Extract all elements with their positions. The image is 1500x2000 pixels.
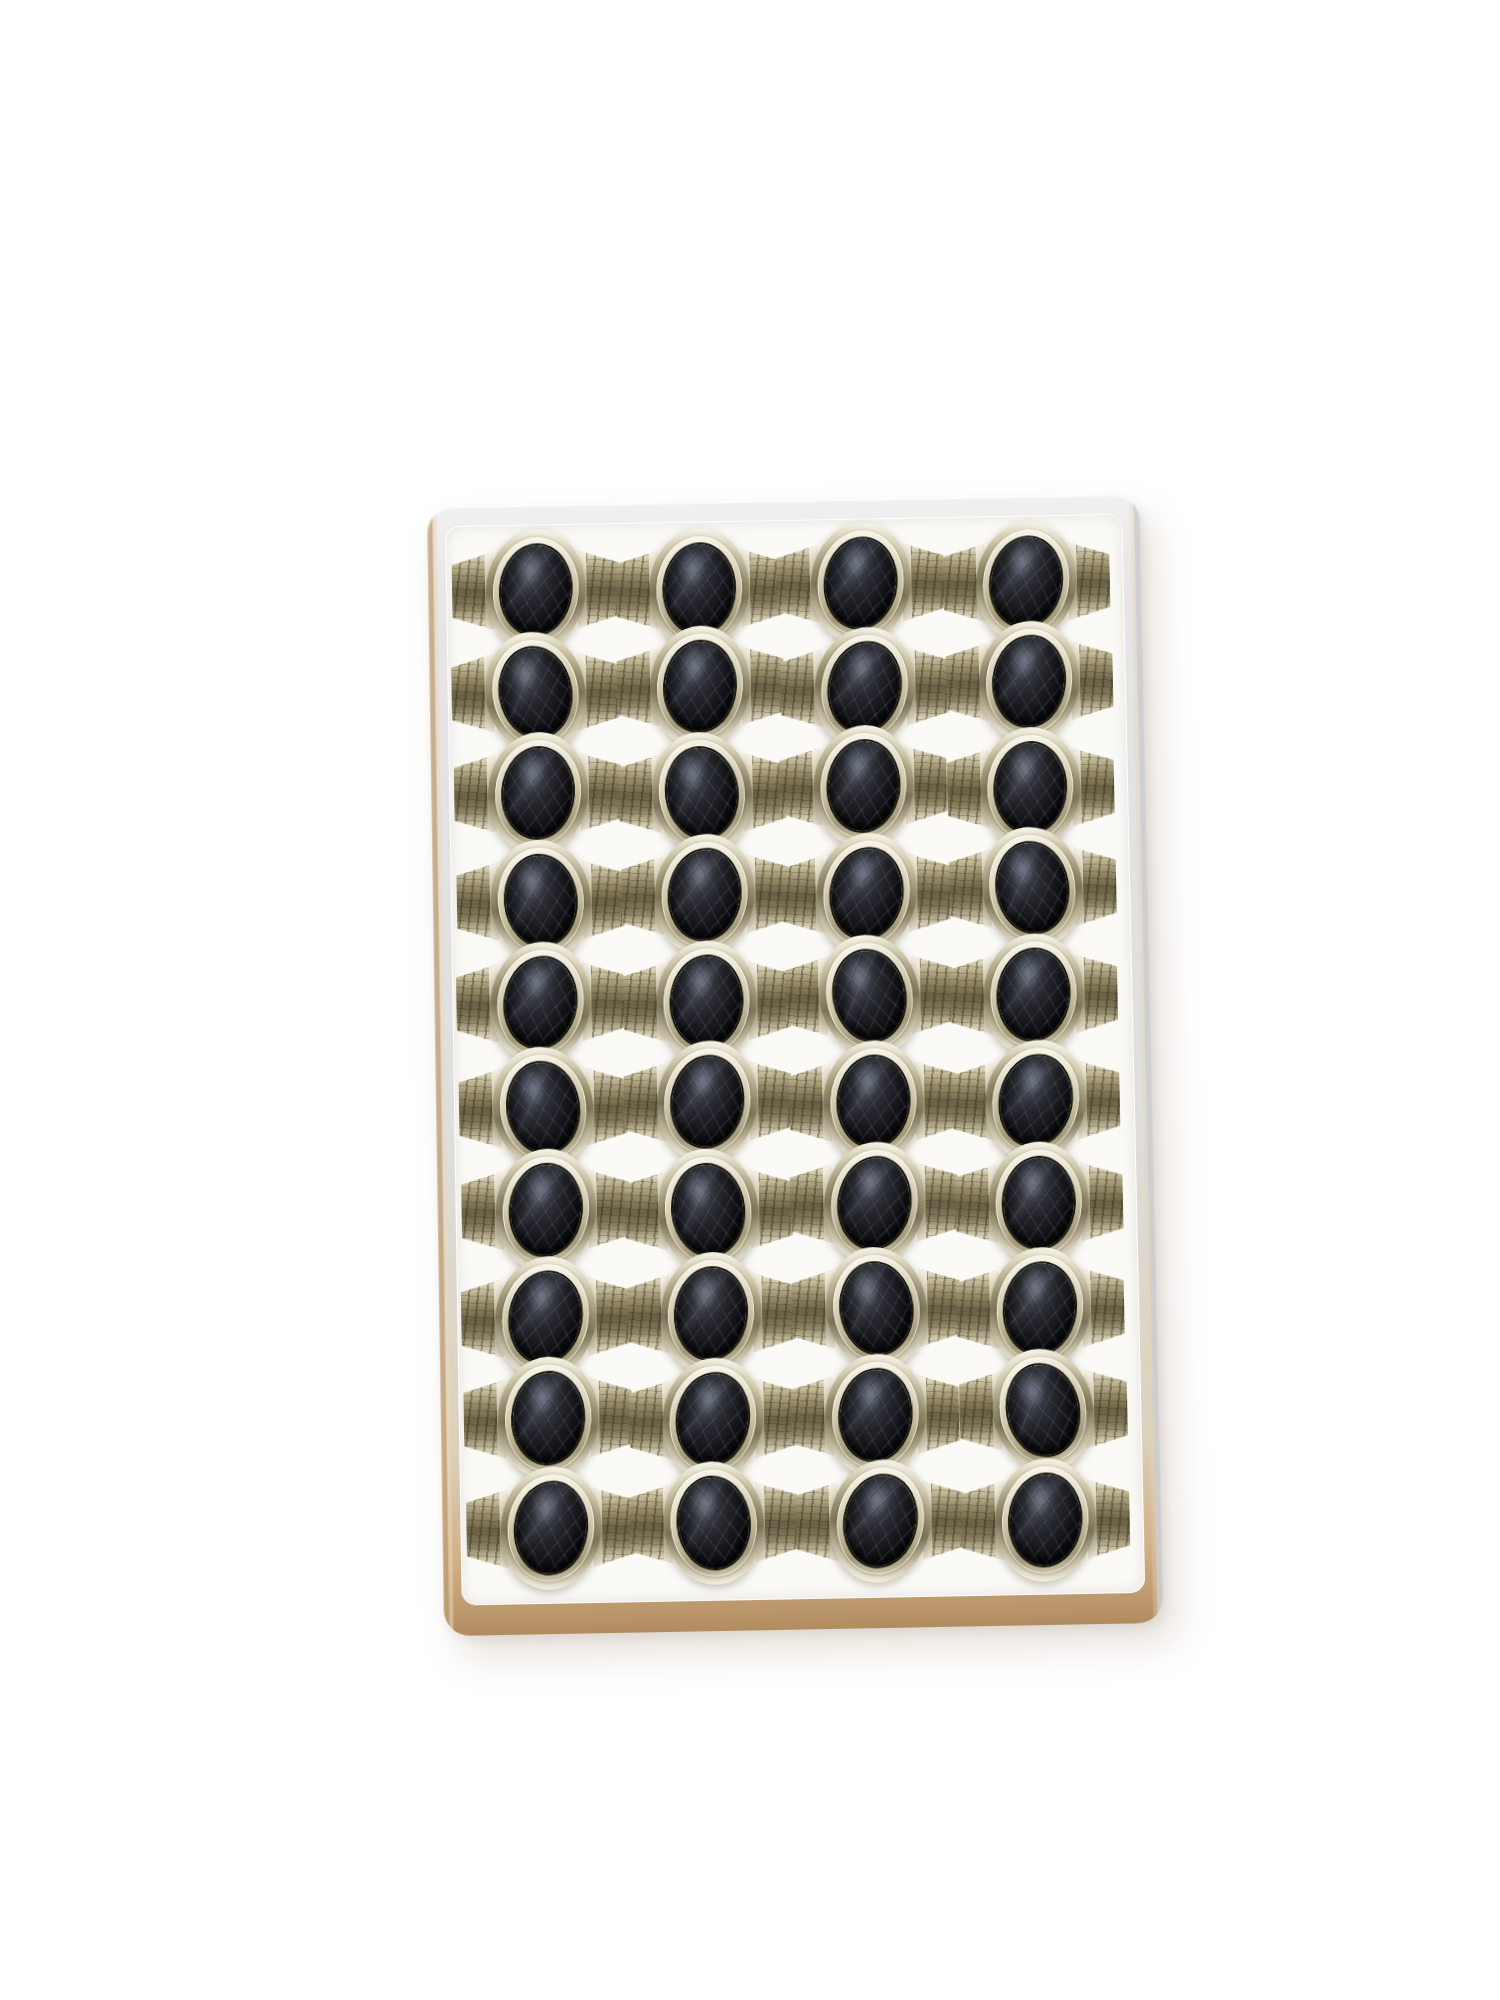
ring-stone (669, 1161, 748, 1258)
ring-stone (499, 953, 581, 1052)
photo-stage (0, 0, 1500, 2000)
ring-stone (675, 1475, 753, 1572)
ring (624, 948, 789, 1055)
ring (460, 1054, 625, 1161)
ring-stone (665, 846, 744, 943)
ring-stone (669, 955, 744, 1049)
ring-stone (992, 838, 1074, 937)
ring-stone (510, 1371, 585, 1465)
ring (628, 1260, 794, 1368)
ring (792, 1361, 958, 1469)
ring-stone (838, 1470, 923, 1572)
ring (463, 1156, 629, 1263)
ring (787, 942, 952, 1049)
ring-stone (507, 1162, 585, 1258)
ring-stone (822, 637, 908, 738)
ring-stone (497, 543, 574, 638)
ring-stone (1000, 1259, 1080, 1357)
ring-stone (667, 1053, 748, 1151)
ring (778, 530, 943, 636)
ring-stone (985, 533, 1068, 632)
ring (962, 1466, 1128, 1574)
ring (944, 529, 1109, 635)
ring (784, 840, 949, 947)
ring-stone (820, 535, 900, 632)
ring-stone (672, 1369, 754, 1469)
ring (465, 1364, 631, 1472)
ring-stone (663, 543, 736, 635)
ring (455, 740, 620, 847)
ring-grid (453, 526, 1126, 1579)
ring-stone (836, 1259, 917, 1357)
ring-stone (993, 741, 1067, 834)
ring (622, 841, 787, 948)
ring (468, 1474, 634, 1582)
ring (620, 740, 785, 847)
ring (630, 1365, 796, 1473)
ring-stone (502, 853, 579, 949)
ring (951, 941, 1117, 1048)
ring (948, 735, 1113, 842)
ring (626, 1156, 792, 1263)
ring-stone (500, 746, 576, 840)
ring (618, 633, 783, 739)
ring (462, 1264, 628, 1372)
ring (453, 537, 618, 643)
ring-stone (511, 1479, 591, 1577)
ring-stone (503, 1267, 587, 1367)
ring (947, 628, 1112, 734)
ring-stone (662, 744, 742, 842)
ring-stone (990, 633, 1069, 729)
ring-display-box (427, 494, 1164, 1637)
ring (458, 949, 623, 1056)
ring-stone (662, 639, 738, 733)
ring (956, 1149, 1122, 1256)
ring-stone (494, 643, 577, 742)
ring-stone (825, 844, 908, 944)
ring (625, 1048, 790, 1155)
ring-stone (833, 1153, 915, 1252)
ring (797, 1467, 963, 1575)
ring (781, 733, 946, 840)
ring-stone (502, 1058, 584, 1157)
ring (453, 639, 618, 745)
ring-stone (835, 1054, 911, 1149)
ring (957, 1255, 1123, 1363)
ring (791, 1149, 957, 1256)
ring-stone (1001, 1359, 1086, 1461)
ring-stone (1007, 1472, 1085, 1569)
ring (793, 1255, 959, 1363)
ring (953, 1047, 1119, 1154)
ring (631, 1469, 797, 1577)
ring-stone (827, 945, 912, 1046)
ring-stone (672, 1265, 750, 1361)
ring-stone (1003, 1157, 1076, 1250)
ring (960, 1356, 1126, 1464)
ring (790, 1048, 956, 1155)
ring (950, 834, 1115, 941)
foam-insert (445, 514, 1145, 1606)
ring-stone (825, 738, 902, 833)
ring-stone (995, 947, 1072, 1043)
ring-stone (836, 1366, 915, 1464)
ring (458, 847, 623, 954)
